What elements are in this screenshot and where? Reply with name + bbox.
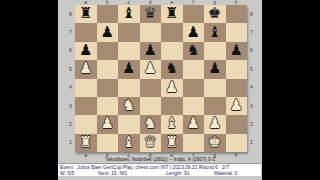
square-d6: ♟ — [140, 42, 162, 60]
black-rook-e8: ♜ — [165, 5, 178, 21]
black-king-g8: ♚ — [208, 5, 221, 21]
game-info-box: Event : Julius Baer GenCup Play, chess.c… — [58, 163, 261, 176]
coord-label-5: 5 — [69, 67, 72, 72]
square-d7 — [140, 23, 162, 41]
coord-label-6: 6 — [69, 48, 72, 53]
coord-label-b: b — [97, 0, 119, 5]
square-b3 — [97, 97, 119, 115]
square-e8: ♜ — [161, 5, 183, 23]
chess-board-wrap: ♜♝♛♜♚♟♟♝♟♟♞♟♟♟♟♞♟♟♞♟♟♞♝♟♟♜♝♛♜♚ — [75, 5, 247, 152]
game-length-label: Length: 91 — [166, 170, 214, 176]
square-a1: ♜ — [75, 134, 97, 152]
square-h7 — [226, 23, 248, 41]
coord-label-6: 6 — [250, 48, 253, 53]
square-b5 — [97, 60, 119, 78]
black-bishop-c8: ♝ — [122, 5, 135, 21]
square-f5 — [183, 60, 205, 78]
square-c4 — [118, 79, 140, 97]
white-queen-d1: ♛ — [144, 134, 157, 150]
black-pawn-c5: ♟ — [122, 60, 135, 76]
square-c6 — [118, 42, 140, 60]
square-a6: ♟ — [75, 42, 97, 60]
black-pawn-h6: ♟ — [230, 42, 243, 58]
coord-label-h: h — [226, 0, 248, 5]
square-g7: ♝ — [204, 23, 226, 41]
white-rook-a1: ♜ — [79, 134, 92, 150]
coord-label-8: 8 — [69, 12, 72, 17]
square-a7 — [75, 23, 97, 41]
letterbox-left — [0, 0, 58, 180]
square-d1: ♛ — [140, 134, 162, 152]
square-f8 — [183, 5, 205, 23]
square-g6 — [204, 42, 226, 60]
square-f2: ♟ — [183, 115, 205, 133]
square-b1 — [97, 134, 119, 152]
coord-label-3: 3 — [69, 104, 72, 109]
square-h3: ♟ — [226, 97, 248, 115]
square-c7 — [118, 23, 140, 41]
coord-label-2: 2 — [250, 122, 253, 127]
chess-board: ♜♝♛♜♚♟♟♝♟♟♞♟♟♟♟♞♟♟♞♟♟♞♝♟♟♜♝♛♜♚ — [75, 5, 247, 152]
coord-label-4: 4 — [250, 85, 253, 90]
coord-label-1: 1 — [250, 140, 253, 145]
square-g8: ♚ — [204, 5, 226, 23]
coord-label-8: 8 — [250, 12, 253, 17]
square-f7: ♟ — [183, 23, 205, 41]
square-a4 — [75, 79, 97, 97]
square-h5 — [226, 60, 248, 78]
rank-labels-left: 87654321 — [68, 5, 73, 152]
coord-label-3: 3 — [250, 104, 253, 109]
square-a2 — [75, 115, 97, 133]
white-pawn-a5: ♟ — [79, 60, 92, 76]
square-g5: ♟ — [204, 60, 226, 78]
black-rook-a8: ♜ — [79, 5, 92, 21]
square-b6 — [97, 42, 119, 60]
content-frame: abcdefgh 87654321 87654321 abcdefgh ♜♝♛♜… — [58, 0, 262, 180]
square-c3: ♞ — [118, 97, 140, 115]
square-b8 — [97, 5, 119, 23]
white-bishop-e2: ♝ — [165, 115, 178, 131]
white-pawn-g2: ♟ — [208, 115, 221, 131]
black-bishop-g7: ♝ — [208, 24, 221, 40]
letterbox-right — [262, 0, 320, 180]
square-h8 — [226, 5, 248, 23]
square-h2 — [226, 115, 248, 133]
square-e6 — [161, 42, 183, 60]
square-f3 — [183, 97, 205, 115]
square-f1 — [183, 134, 205, 152]
black-queen-d8: ♛ — [144, 5, 157, 21]
square-b2: ♟ — [97, 115, 119, 133]
white-pawn-d5: ♟ — [144, 60, 157, 76]
coord-label-4: 4 — [69, 85, 72, 90]
black-knight-e5: ♞ — [165, 60, 178, 76]
square-d2: ♞ — [140, 115, 162, 133]
coord-label-f: f — [183, 0, 205, 5]
square-e7 — [161, 23, 183, 41]
square-d8: ♛ — [140, 5, 162, 23]
status-line: W: 5/5 Next: 15. Nf1 Length: 91 Material… — [58, 170, 261, 176]
players-result-line: Yakubboev, Nodirbek (2602) -- Indjic, A … — [58, 156, 262, 162]
video-frame: abcdefgh 87654321 87654321 abcdefgh ♜♝♛♜… — [0, 0, 320, 180]
square-b7: ♟ — [97, 23, 119, 41]
square-a8: ♜ — [75, 5, 97, 23]
white-pawn-b2: ♟ — [101, 115, 114, 131]
next-move-label: Next: 15. Nf1 — [98, 170, 166, 176]
white-pawn-e4: ♟ — [165, 79, 178, 95]
square-c8: ♝ — [118, 5, 140, 23]
square-d3 — [140, 97, 162, 115]
square-g3 — [204, 97, 226, 115]
square-f4 — [183, 79, 205, 97]
white-king-g1: ♚ — [208, 134, 221, 150]
black-pawn-b7: ♟ — [101, 24, 114, 40]
black-pawn-g5: ♟ — [208, 60, 221, 76]
square-e5: ♞ — [161, 60, 183, 78]
black-pawn-a6: ♟ — [79, 42, 92, 58]
black-pawn-d6: ♟ — [144, 42, 157, 58]
square-b4 — [97, 79, 119, 97]
coord-label-2: 2 — [69, 122, 72, 127]
coord-label-5: 5 — [250, 67, 253, 72]
coord-label-7: 7 — [250, 30, 253, 35]
square-g2: ♟ — [204, 115, 226, 133]
white-knight-c3: ♞ — [122, 97, 135, 113]
square-e1: ♜ — [161, 134, 183, 152]
square-g1: ♚ — [204, 134, 226, 152]
material-balance-label: Material: 0 — [214, 170, 237, 176]
black-knight-f6: ♞ — [187, 42, 200, 58]
coord-label-7: 7 — [69, 30, 72, 35]
square-g4 — [204, 79, 226, 97]
white-pawn-f2: ♟ — [187, 115, 200, 131]
square-d4 — [140, 79, 162, 97]
white-pawn-h3: ♟ — [230, 97, 243, 113]
square-e4: ♟ — [161, 79, 183, 97]
coord-label-1: 1 — [69, 140, 72, 145]
white-rook-e1: ♜ — [165, 134, 178, 150]
black-pawn-f7: ♟ — [187, 24, 200, 40]
square-a3 — [75, 97, 97, 115]
square-a5: ♟ — [75, 60, 97, 78]
rank-labels-right: 87654321 — [249, 5, 254, 152]
square-c1: ♝ — [118, 134, 140, 152]
file-labels-top: abcdefgh — [75, 0, 247, 5]
square-f6: ♞ — [183, 42, 205, 60]
square-h1 — [226, 134, 248, 152]
square-c2 — [118, 115, 140, 133]
white-bishop-c1: ♝ — [122, 134, 135, 150]
square-d5: ♟ — [140, 60, 162, 78]
square-e2: ♝ — [161, 115, 183, 133]
square-c5: ♟ — [118, 60, 140, 78]
clock-status: W: 5/5 — [60, 170, 98, 176]
square-h6: ♟ — [226, 42, 248, 60]
square-e3 — [161, 97, 183, 115]
white-knight-d2: ♞ — [144, 115, 157, 131]
square-h4 — [226, 79, 248, 97]
